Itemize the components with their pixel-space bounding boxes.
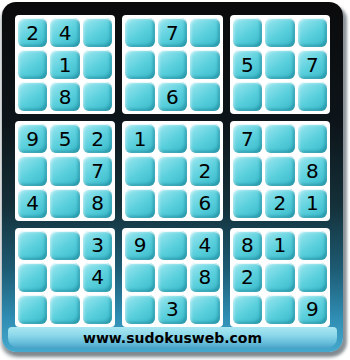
cell-r2c1[interactable]	[18, 50, 47, 79]
box-r3c3: 8129	[230, 228, 330, 327]
band-1: 24187657	[15, 15, 330, 114]
cell-r3c8[interactable]	[265, 82, 294, 111]
cell-r4c9[interactable]	[298, 124, 327, 153]
cell-r1c5[interactable]: 7	[158, 18, 187, 47]
cell-r2c3[interactable]	[83, 50, 112, 79]
cell-r4c7[interactable]: 7	[233, 124, 262, 153]
cell-r2c2[interactable]: 1	[50, 50, 79, 79]
cell-r8c9[interactable]	[298, 263, 327, 292]
cell-r2c4[interactable]	[125, 50, 154, 79]
cell-r3c2[interactable]: 8	[50, 82, 79, 111]
cell-r9c4[interactable]	[125, 295, 154, 324]
box-r2c1: 952748	[15, 121, 115, 220]
cell-r8c1[interactable]	[18, 263, 47, 292]
box-r3c2: 9483	[122, 228, 222, 327]
box-r1c3: 57	[230, 15, 330, 114]
band-3: 3494838129	[15, 228, 330, 327]
cell-r3c5[interactable]: 6	[158, 82, 187, 111]
cell-r7c4[interactable]: 9	[125, 231, 154, 260]
cell-r7c3[interactable]: 3	[83, 231, 112, 260]
cell-r1c1[interactable]: 2	[18, 18, 47, 47]
site-url-text[interactable]: www.sudokusweb.com	[83, 330, 262, 346]
cell-r3c4[interactable]	[125, 82, 154, 111]
cell-r8c7[interactable]: 2	[233, 263, 262, 292]
cell-r5c3[interactable]: 7	[83, 156, 112, 185]
cell-r2c6[interactable]	[190, 50, 219, 79]
cell-r5c8[interactable]	[265, 156, 294, 185]
cell-r1c7[interactable]	[233, 18, 262, 47]
cell-r4c2[interactable]: 5	[50, 124, 79, 153]
cell-r6c7[interactable]	[233, 189, 262, 218]
cell-r9c7[interactable]	[233, 295, 262, 324]
cell-r6c9[interactable]: 1	[298, 189, 327, 218]
cell-r7c5[interactable]	[158, 231, 187, 260]
cell-r2c9[interactable]: 7	[298, 50, 327, 79]
cell-r4c1[interactable]: 9	[18, 124, 47, 153]
cell-r5c1[interactable]	[18, 156, 47, 185]
cell-r6c4[interactable]	[125, 189, 154, 218]
footer-url-bar[interactable]: www.sudokusweb.com	[8, 327, 337, 348]
cell-r9c9[interactable]: 9	[298, 295, 327, 324]
cell-r2c7[interactable]: 5	[233, 50, 262, 79]
cell-r1c4[interactable]	[125, 18, 154, 47]
cell-r3c7[interactable]	[233, 82, 262, 111]
cell-r4c6[interactable]	[190, 124, 219, 153]
cell-r7c9[interactable]	[298, 231, 327, 260]
cell-r7c2[interactable]	[50, 231, 79, 260]
cell-r9c1[interactable]	[18, 295, 47, 324]
cell-r6c5[interactable]	[158, 189, 187, 218]
cell-r9c3[interactable]	[83, 295, 112, 324]
cell-r3c6[interactable]	[190, 82, 219, 111]
cell-r2c8[interactable]	[265, 50, 294, 79]
cell-r1c9[interactable]	[298, 18, 327, 47]
cell-r6c8[interactable]: 2	[265, 189, 294, 218]
cell-r8c3[interactable]: 4	[83, 263, 112, 292]
sudoku-board: 2418765795274812678213494838129 www.sudo…	[2, 2, 343, 352]
cell-r8c2[interactable]	[50, 263, 79, 292]
box-r2c3: 7821	[230, 121, 330, 220]
cell-r4c3[interactable]: 2	[83, 124, 112, 153]
cell-r8c6[interactable]: 8	[190, 263, 219, 292]
cell-r6c6[interactable]: 6	[190, 189, 219, 218]
cell-r7c7[interactable]: 8	[233, 231, 262, 260]
cell-r4c4[interactable]: 1	[125, 124, 154, 153]
band-2: 9527481267821	[15, 121, 330, 220]
cell-r6c3[interactable]: 8	[83, 189, 112, 218]
cell-r8c4[interactable]	[125, 263, 154, 292]
cell-r8c8[interactable]	[265, 263, 294, 292]
cell-r9c2[interactable]	[50, 295, 79, 324]
cell-r3c3[interactable]	[83, 82, 112, 111]
box-r3c1: 34	[15, 228, 115, 327]
cell-r5c9[interactable]: 8	[298, 156, 327, 185]
cell-r5c7[interactable]	[233, 156, 262, 185]
cell-r3c1[interactable]	[18, 82, 47, 111]
cell-r9c5[interactable]: 3	[158, 295, 187, 324]
cell-r4c5[interactable]	[158, 124, 187, 153]
box-r1c1: 2418	[15, 15, 115, 114]
cell-r9c6[interactable]	[190, 295, 219, 324]
box-r2c2: 126	[122, 121, 222, 220]
cell-r6c1[interactable]: 4	[18, 189, 47, 218]
cell-r6c2[interactable]	[50, 189, 79, 218]
cell-r8c5[interactable]	[158, 263, 187, 292]
cell-r1c8[interactable]	[265, 18, 294, 47]
cell-r1c3[interactable]	[83, 18, 112, 47]
cell-r1c6[interactable]	[190, 18, 219, 47]
cell-r7c1[interactable]	[18, 231, 47, 260]
cell-r5c6[interactable]: 2	[190, 156, 219, 185]
cell-r5c5[interactable]	[158, 156, 187, 185]
box-r1c2: 76	[122, 15, 222, 114]
sudoku-grid: 2418765795274812678213494838129	[15, 15, 330, 327]
cell-r9c8[interactable]	[265, 295, 294, 324]
cell-r4c8[interactable]	[265, 124, 294, 153]
cell-r1c2[interactable]: 4	[50, 18, 79, 47]
cell-r7c6[interactable]: 4	[190, 231, 219, 260]
cell-r5c4[interactable]	[125, 156, 154, 185]
cell-r2c5[interactable]	[158, 50, 187, 79]
cell-r5c2[interactable]	[50, 156, 79, 185]
cell-r7c8[interactable]: 1	[265, 231, 294, 260]
cell-r3c9[interactable]	[298, 82, 327, 111]
